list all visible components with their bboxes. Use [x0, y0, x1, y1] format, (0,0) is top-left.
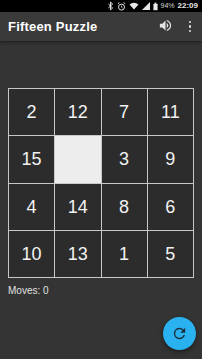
blank-cell — [55, 136, 100, 182]
volume-up-button[interactable] — [158, 18, 173, 36]
overflow-menu-icon — [189, 21, 192, 24]
tile-5[interactable]: 5 — [148, 231, 193, 277]
alarm-icon — [117, 2, 126, 11]
tile-2[interactable]: 2 — [9, 89, 54, 135]
page-title: Fifteen Puzzle — [8, 19, 97, 34]
bluetooth-icon — [107, 1, 114, 11]
tile-3[interactable]: 3 — [102, 136, 147, 182]
tile-11[interactable]: 11 — [148, 89, 193, 135]
tile-9[interactable]: 9 — [148, 136, 193, 182]
battery-percent: 94% — [161, 0, 175, 12]
tile-13[interactable]: 13 — [55, 231, 100, 277]
battery-icon — [153, 2, 158, 11]
status-time: 22:09 — [178, 0, 198, 12]
tile-4[interactable]: 4 — [9, 184, 54, 230]
tile-6[interactable]: 6 — [148, 184, 193, 230]
restart-fab[interactable] — [163, 317, 196, 350]
puzzle-board: 212711153941486101315 — [8, 88, 194, 278]
overflow-menu-button[interactable] — [186, 19, 195, 35]
tile-15[interactable]: 15 — [9, 136, 54, 182]
tile-10[interactable]: 10 — [9, 231, 54, 277]
tile-14[interactable]: 14 — [55, 184, 100, 230]
appbar-actions — [158, 18, 195, 36]
tile-8[interactable]: 8 — [102, 184, 147, 230]
tile-12[interactable]: 12 — [55, 89, 100, 135]
wifi-icon — [129, 2, 139, 10]
volume-up-icon — [158, 18, 173, 36]
moves-counter: Moves: 0 — [8, 285, 194, 296]
tile-1[interactable]: 1 — [102, 231, 147, 277]
status-bar: 94% 22:09 — [0, 0, 202, 12]
signal-icon — [142, 2, 150, 10]
app-bar: Fifteen Puzzle — [0, 12, 202, 41]
refresh-icon — [171, 325, 188, 342]
tile-7[interactable]: 7 — [102, 89, 147, 135]
